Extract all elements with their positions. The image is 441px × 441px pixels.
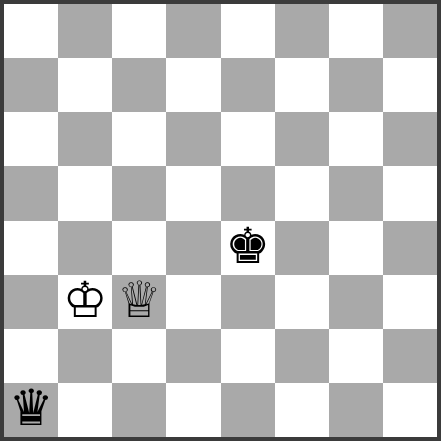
square-h3[interactable] [383, 275, 437, 329]
square-c7[interactable] [112, 58, 166, 112]
square-e8[interactable] [221, 4, 275, 58]
square-b7[interactable] [58, 58, 112, 112]
square-e1[interactable] [221, 383, 275, 437]
square-h7[interactable] [383, 58, 437, 112]
square-d3[interactable] [166, 275, 220, 329]
square-g4[interactable] [329, 221, 383, 275]
square-b5[interactable] [58, 166, 112, 220]
square-c1[interactable] [112, 383, 166, 437]
square-a8[interactable] [4, 4, 58, 58]
square-g2[interactable] [329, 329, 383, 383]
black-king-piece: ♚ [225, 221, 270, 271]
square-h2[interactable] [383, 329, 437, 383]
square-e5[interactable] [221, 166, 275, 220]
square-h6[interactable] [383, 112, 437, 166]
square-d6[interactable] [166, 112, 220, 166]
white-king-piece: ♔ [63, 275, 108, 325]
square-c6[interactable] [112, 112, 166, 166]
square-c3[interactable]: ♕ [112, 275, 166, 329]
square-f2[interactable] [275, 329, 329, 383]
square-c4[interactable] [112, 221, 166, 275]
square-c5[interactable] [112, 166, 166, 220]
square-h8[interactable] [383, 4, 437, 58]
board-frame: ♚♔♕♛ [0, 0, 441, 441]
square-d4[interactable] [166, 221, 220, 275]
square-a3[interactable] [4, 275, 58, 329]
white-queen-piece: ♕ [117, 275, 162, 325]
square-b6[interactable] [58, 112, 112, 166]
square-d8[interactable] [166, 4, 220, 58]
square-f8[interactable] [275, 4, 329, 58]
square-d1[interactable] [166, 383, 220, 437]
square-f3[interactable] [275, 275, 329, 329]
square-e2[interactable] [221, 329, 275, 383]
square-b4[interactable] [58, 221, 112, 275]
square-a4[interactable] [4, 221, 58, 275]
square-h4[interactable] [383, 221, 437, 275]
square-e3[interactable] [221, 275, 275, 329]
square-e4[interactable]: ♚ [221, 221, 275, 275]
square-f7[interactable] [275, 58, 329, 112]
square-c8[interactable] [112, 4, 166, 58]
square-a7[interactable] [4, 58, 58, 112]
square-f6[interactable] [275, 112, 329, 166]
square-b1[interactable] [58, 383, 112, 437]
square-g1[interactable] [329, 383, 383, 437]
square-a2[interactable] [4, 329, 58, 383]
square-g3[interactable] [329, 275, 383, 329]
square-g6[interactable] [329, 112, 383, 166]
square-b8[interactable] [58, 4, 112, 58]
square-g8[interactable] [329, 4, 383, 58]
square-h1[interactable] [383, 383, 437, 437]
chess-board: ♚♔♕♛ [4, 4, 437, 437]
square-h5[interactable] [383, 166, 437, 220]
square-g5[interactable] [329, 166, 383, 220]
square-d5[interactable] [166, 166, 220, 220]
square-f5[interactable] [275, 166, 329, 220]
square-a5[interactable] [4, 166, 58, 220]
square-a6[interactable] [4, 112, 58, 166]
square-f4[interactable] [275, 221, 329, 275]
square-e7[interactable] [221, 58, 275, 112]
square-d7[interactable] [166, 58, 220, 112]
black-queen-piece: ♛ [9, 383, 54, 433]
square-c2[interactable] [112, 329, 166, 383]
square-e6[interactable] [221, 112, 275, 166]
square-b3[interactable]: ♔ [58, 275, 112, 329]
square-g7[interactable] [329, 58, 383, 112]
square-f1[interactable] [275, 383, 329, 437]
square-a1[interactable]: ♛ [4, 383, 58, 437]
square-d2[interactable] [166, 329, 220, 383]
square-b2[interactable] [58, 329, 112, 383]
